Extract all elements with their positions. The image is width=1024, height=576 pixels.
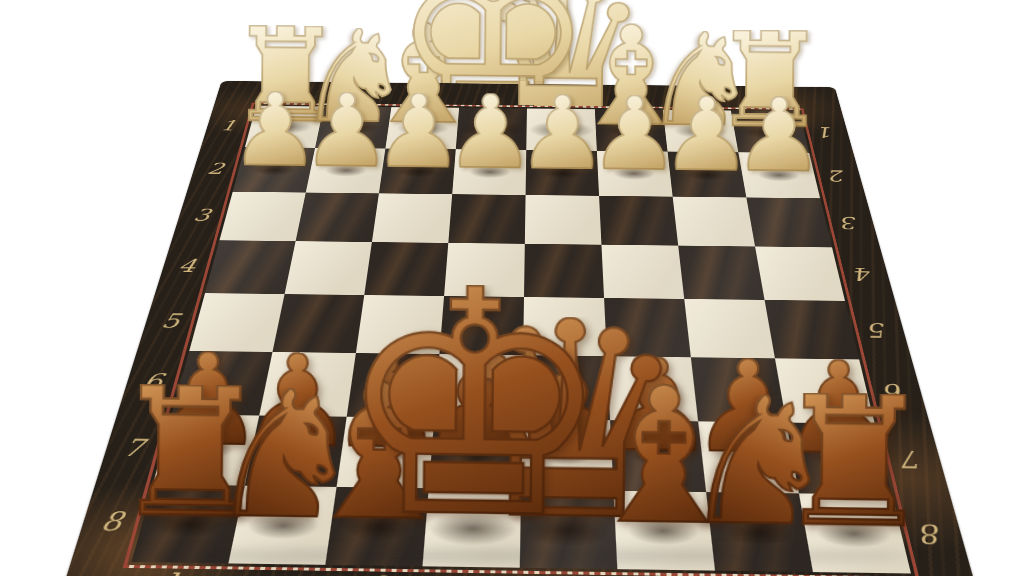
perspective-scene: 1234567812345678hgfedcba ♜♞♝♚♛♝♞♜♟♟♟♟♟♟♟… xyxy=(0,0,1024,576)
product-photo-stage: 1234567812345678hgfedcba ♜♞♝♚♛♝♞♜♟♟♟♟♟♟♟… xyxy=(0,0,1024,576)
square-b2 xyxy=(668,152,747,198)
square-f1 xyxy=(385,107,459,149)
square-e2 xyxy=(452,149,526,195)
square-a1 xyxy=(731,111,809,153)
rank-label-right-1: 1 xyxy=(810,124,844,140)
king-glyph: ♚ xyxy=(334,283,615,529)
rank-label-left-3: 3 xyxy=(183,206,220,225)
square-a3 xyxy=(746,197,832,247)
square-c2 xyxy=(597,151,673,197)
square-a2 xyxy=(738,152,820,198)
square-b3 xyxy=(673,197,755,247)
piece-black-king-e8: ♚ xyxy=(334,283,615,529)
piece-black-knight-g8: ♞ xyxy=(206,387,364,526)
rank-label-left-2: 2 xyxy=(198,160,233,177)
chess-board: 1234567812345678hgfedcba ♜♞♝♚♛♝♞♜♟♟♟♟♟♟♟… xyxy=(55,81,988,576)
square-g2 xyxy=(306,148,386,194)
knight-glyph: ♞ xyxy=(679,393,838,532)
square-a4 xyxy=(755,246,845,300)
square-b1 xyxy=(663,110,739,152)
piece-black-knight-b8: ♞ xyxy=(679,393,838,532)
rank-label-left-1: 1 xyxy=(211,118,245,134)
rank-label-left-4: 4 xyxy=(168,256,207,276)
square-h4 xyxy=(205,240,296,294)
rank-label-right-3: 3 xyxy=(832,213,869,232)
rank-label-right-4: 4 xyxy=(845,264,884,284)
square-h1 xyxy=(245,106,324,148)
square-d1 xyxy=(526,108,597,150)
square-e1 xyxy=(456,108,527,150)
square-c1 xyxy=(595,109,668,151)
square-h3 xyxy=(219,192,305,241)
square-h2 xyxy=(233,147,315,193)
square-d2 xyxy=(526,150,599,196)
knight-glyph: ♞ xyxy=(206,387,364,526)
board-floor-shadow xyxy=(118,549,918,563)
square-f2 xyxy=(379,149,456,195)
rank-label-right-2: 2 xyxy=(821,167,856,184)
square-g1 xyxy=(315,106,391,148)
